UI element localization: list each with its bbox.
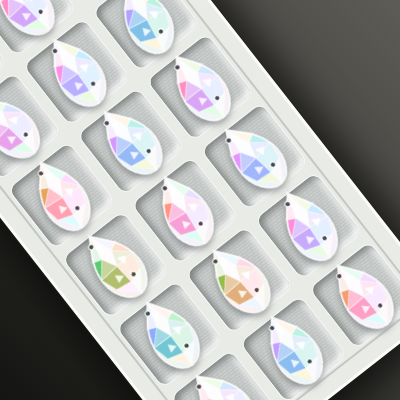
rhinestone-tray <box>0 0 400 400</box>
photo-background <box>0 0 400 400</box>
tray-grid <box>0 0 400 400</box>
